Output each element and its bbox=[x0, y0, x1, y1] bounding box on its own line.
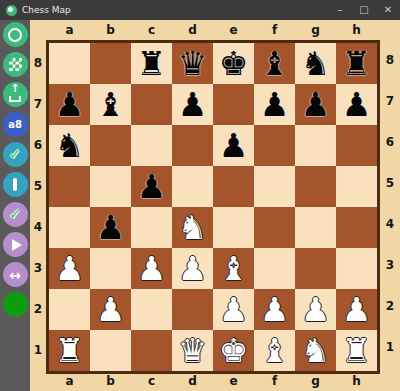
square-a3[interactable]: ♟ bbox=[49, 248, 90, 289]
file-label-e: e bbox=[213, 374, 254, 391]
square-e7[interactable] bbox=[213, 84, 254, 125]
check-teal-button[interactable]: ✓ bbox=[3, 142, 28, 167]
square-c3[interactable]: ♟ bbox=[131, 248, 172, 289]
play-icon bbox=[12, 239, 22, 251]
export-icon: ↑ bbox=[7, 87, 23, 102]
square-a2[interactable] bbox=[49, 289, 90, 330]
square-d3[interactable]: ♟ bbox=[172, 248, 213, 289]
file-labels-top: abcdefgh bbox=[30, 20, 400, 40]
rank-label-8: 8 bbox=[30, 40, 46, 81]
piece-white-knight[interactable]: ♞ bbox=[301, 330, 331, 371]
square-d5[interactable] bbox=[172, 166, 213, 207]
square-a5[interactable] bbox=[49, 166, 90, 207]
rank-label-2: 2 bbox=[380, 286, 400, 327]
square-f1[interactable]: ♝ bbox=[254, 330, 295, 371]
square-h6[interactable] bbox=[336, 125, 377, 166]
piece-white-pawn[interactable]: ♟ bbox=[301, 289, 331, 330]
file-label-e: e bbox=[213, 20, 254, 40]
toolbar-sidebar: ↑a8✓✓↔ bbox=[0, 20, 30, 391]
square-a1[interactable]: ♜ bbox=[49, 330, 90, 371]
square-f2[interactable]: ♟ bbox=[254, 289, 295, 330]
rank-label-2: 2 bbox=[30, 286, 46, 327]
piece-black-pawn[interactable]: ♟ bbox=[219, 125, 249, 166]
rank-label-4: 4 bbox=[380, 204, 400, 245]
rank-label-4: 4 bbox=[30, 204, 46, 245]
app-icon bbox=[6, 5, 17, 16]
rank-label-5: 5 bbox=[380, 163, 400, 204]
piece-black-knight[interactable]: ♞ bbox=[301, 43, 331, 84]
piece-black-pawn[interactable]: ♟ bbox=[342, 84, 372, 125]
window-controls: – □ ✕ bbox=[328, 0, 400, 20]
square-c6[interactable] bbox=[131, 125, 172, 166]
square-f6[interactable] bbox=[254, 125, 295, 166]
board-pattern-button[interactable] bbox=[3, 52, 28, 77]
reload-button[interactable] bbox=[3, 22, 28, 47]
pause-button[interactable] bbox=[3, 172, 28, 197]
piece-white-king[interactable]: ♚ bbox=[219, 330, 249, 371]
piece-white-rook[interactable]: ♜ bbox=[342, 330, 372, 371]
rank-label-1: 1 bbox=[30, 327, 46, 368]
rank-label-5: 5 bbox=[30, 163, 46, 204]
piece-black-pawn[interactable]: ♟ bbox=[178, 84, 208, 125]
piece-white-knight[interactable]: ♞ bbox=[178, 207, 208, 248]
square-f7[interactable]: ♟ bbox=[254, 84, 295, 125]
check-teal-icon: ✓ bbox=[9, 147, 22, 162]
rank-label-7: 7 bbox=[30, 81, 46, 122]
square-h1[interactable]: ♜ bbox=[336, 330, 377, 371]
square-c7[interactable] bbox=[131, 84, 172, 125]
square-g8[interactable]: ♞ bbox=[295, 43, 336, 84]
square-g6[interactable] bbox=[295, 125, 336, 166]
square-e5[interactable] bbox=[213, 166, 254, 207]
board-pattern-icon bbox=[9, 58, 22, 71]
square-f4[interactable] bbox=[254, 207, 295, 248]
square-c8[interactable]: ♜ bbox=[131, 43, 172, 84]
file-label-c: c bbox=[131, 374, 172, 391]
rank-labels-left: 87654321 bbox=[30, 40, 46, 374]
check-purple-icon: ✓ bbox=[9, 207, 22, 222]
piece-black-pawn[interactable]: ♟ bbox=[96, 207, 126, 248]
rank-label-6: 6 bbox=[30, 122, 46, 163]
maximize-button[interactable]: □ bbox=[352, 0, 376, 20]
piece-black-rook[interactable]: ♜ bbox=[342, 43, 372, 84]
square-a4[interactable] bbox=[49, 207, 90, 248]
square-f3[interactable] bbox=[254, 248, 295, 289]
square-g2[interactable]: ♟ bbox=[295, 289, 336, 330]
piece-black-pawn[interactable]: ♟ bbox=[260, 84, 290, 125]
square-c2[interactable] bbox=[131, 289, 172, 330]
square-e2[interactable]: ♟ bbox=[213, 289, 254, 330]
pause-icon bbox=[13, 178, 17, 191]
piece-white-bishop[interactable]: ♝ bbox=[260, 330, 290, 371]
status-button[interactable] bbox=[3, 292, 28, 317]
square-h7[interactable]: ♟ bbox=[336, 84, 377, 125]
file-labels-bottom: abcdefgh bbox=[30, 374, 400, 391]
square-h4[interactable] bbox=[336, 207, 377, 248]
square-b1[interactable] bbox=[90, 330, 131, 371]
file-label-a: a bbox=[49, 374, 90, 391]
check-purple-button[interactable]: ✓ bbox=[3, 202, 28, 227]
piece-black-rook[interactable]: ♜ bbox=[137, 43, 167, 84]
square-b2[interactable]: ♟ bbox=[90, 289, 131, 330]
square-g7[interactable]: ♟ bbox=[295, 84, 336, 125]
square-c5[interactable]: ♟ bbox=[131, 166, 172, 207]
square-d8[interactable]: ♛ bbox=[172, 43, 213, 84]
piece-black-queen[interactable]: ♛ bbox=[178, 43, 208, 84]
square-a7[interactable]: ♟ bbox=[49, 84, 90, 125]
piece-black-pawn[interactable]: ♟ bbox=[301, 84, 331, 125]
square-d1[interactable]: ♛ bbox=[172, 330, 213, 371]
file-label-a: a bbox=[49, 20, 90, 40]
square-e6[interactable]: ♟ bbox=[213, 125, 254, 166]
square-d7[interactable]: ♟ bbox=[172, 84, 213, 125]
piece-black-bishop[interactable]: ♝ bbox=[260, 43, 290, 84]
rank-label-3: 3 bbox=[30, 245, 46, 286]
square-e4[interactable] bbox=[213, 207, 254, 248]
square-e3[interactable]: ♝ bbox=[213, 248, 254, 289]
board-middle-row: 87654321 ♜♛♚♝♞♜♟♝♟♟♟♟♞♟♟♟♞♟♟♟♝♟♟♟♟♟♜♛♚♝♞… bbox=[30, 40, 400, 374]
rank-label-8: 8 bbox=[380, 40, 400, 81]
piece-white-pawn[interactable]: ♟ bbox=[55, 248, 85, 289]
square-b3[interactable] bbox=[90, 248, 131, 289]
square-d4[interactable]: ♞ bbox=[172, 207, 213, 248]
square-b4[interactable]: ♟ bbox=[90, 207, 131, 248]
square-d6[interactable] bbox=[172, 125, 213, 166]
file-label-b: b bbox=[90, 20, 131, 40]
piece-white-pawn[interactable]: ♟ bbox=[137, 248, 167, 289]
titlebar: Chess Map – □ ✕ bbox=[0, 0, 400, 20]
window-title: Chess Map bbox=[22, 5, 328, 15]
piece-white-rook[interactable]: ♜ bbox=[55, 330, 85, 371]
piece-black-knight[interactable]: ♞ bbox=[55, 125, 85, 166]
piece-black-bishop[interactable]: ♝ bbox=[96, 84, 126, 125]
play-button[interactable] bbox=[3, 232, 28, 257]
close-button[interactable]: ✕ bbox=[376, 0, 400, 20]
square-c1[interactable] bbox=[131, 330, 172, 371]
rank-label-3: 3 bbox=[380, 245, 400, 286]
minimize-button[interactable]: – bbox=[328, 0, 352, 20]
square-e1[interactable]: ♚ bbox=[213, 330, 254, 371]
piece-white-bishop[interactable]: ♝ bbox=[219, 248, 249, 289]
piece-white-pawn[interactable]: ♟ bbox=[178, 248, 208, 289]
square-h3[interactable] bbox=[336, 248, 377, 289]
rank-label-6: 6 bbox=[380, 122, 400, 163]
rank-label-1: 1 bbox=[380, 327, 400, 368]
piece-black-pawn[interactable]: ♟ bbox=[137, 166, 167, 207]
coords-button[interactable]: a8 bbox=[3, 112, 28, 137]
square-a8[interactable] bbox=[49, 43, 90, 84]
file-label-h: h bbox=[336, 20, 377, 40]
piece-white-pawn[interactable]: ♟ bbox=[342, 289, 372, 330]
file-label-f: f bbox=[254, 374, 295, 391]
piece-white-queen[interactable]: ♛ bbox=[178, 330, 208, 371]
square-b8[interactable] bbox=[90, 43, 131, 84]
file-label-h: h bbox=[336, 374, 377, 391]
swap-sides-button[interactable]: ↔ bbox=[3, 262, 28, 287]
square-d2[interactable] bbox=[172, 289, 213, 330]
piece-black-pawn[interactable]: ♟ bbox=[55, 84, 85, 125]
coords-icon: a8 bbox=[8, 120, 22, 130]
square-b7[interactable]: ♝ bbox=[90, 84, 131, 125]
square-h8[interactable]: ♜ bbox=[336, 43, 377, 84]
main-area: ↑a8✓✓↔ abcdefgh 87654321 ♜♛♚♝♞♜♟♝♟♟♟♟♞♟♟… bbox=[0, 20, 400, 391]
square-e8[interactable]: ♚ bbox=[213, 43, 254, 84]
file-label-d: d bbox=[172, 374, 213, 391]
piece-white-pawn[interactable]: ♟ bbox=[260, 289, 290, 330]
file-label-g: g bbox=[295, 20, 336, 40]
piece-white-pawn[interactable]: ♟ bbox=[219, 289, 249, 330]
square-g4[interactable] bbox=[295, 207, 336, 248]
square-h2[interactable]: ♟ bbox=[336, 289, 377, 330]
chess-board: ♜♛♚♝♞♜♟♝♟♟♟♟♞♟♟♟♞♟♟♟♝♟♟♟♟♟♜♛♚♝♞♜ bbox=[46, 40, 380, 374]
file-label-c: c bbox=[131, 20, 172, 40]
square-f8[interactable]: ♝ bbox=[254, 43, 295, 84]
square-c4[interactable] bbox=[131, 207, 172, 248]
square-g5[interactable] bbox=[295, 166, 336, 207]
square-g1[interactable]: ♞ bbox=[295, 330, 336, 371]
square-g3[interactable] bbox=[295, 248, 336, 289]
square-f5[interactable] bbox=[254, 166, 295, 207]
reload-icon bbox=[8, 28, 22, 42]
swap-sides-icon: ↔ bbox=[9, 268, 21, 282]
board-panel: abcdefgh 87654321 ♜♛♚♝♞♜♟♝♟♟♟♟♞♟♟♟♞♟♟♟♝♟… bbox=[30, 20, 400, 391]
file-label-d: d bbox=[172, 20, 213, 40]
piece-white-pawn[interactable]: ♟ bbox=[96, 289, 126, 330]
square-b6[interactable] bbox=[90, 125, 131, 166]
file-label-f: f bbox=[254, 20, 295, 40]
app-window: Chess Map – □ ✕ ↑a8✓✓↔ abcdefgh 87654321… bbox=[0, 0, 400, 391]
rank-label-7: 7 bbox=[380, 81, 400, 122]
file-label-b: b bbox=[90, 374, 131, 391]
rank-labels-right: 87654321 bbox=[380, 40, 400, 374]
export-button[interactable]: ↑ bbox=[3, 82, 28, 107]
square-h5[interactable] bbox=[336, 166, 377, 207]
file-label-g: g bbox=[295, 374, 336, 391]
square-a6[interactable]: ♞ bbox=[49, 125, 90, 166]
piece-black-king[interactable]: ♚ bbox=[219, 43, 249, 84]
square-b5[interactable] bbox=[90, 166, 131, 207]
